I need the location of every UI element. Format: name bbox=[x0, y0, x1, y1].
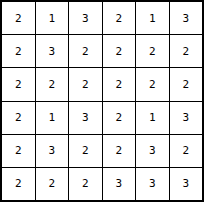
grid-cell-r5c1[interactable]: 2 bbox=[2, 135, 35, 167]
grid-cell-r1c6[interactable]: 3 bbox=[170, 2, 203, 34]
grid-cell-r4c1[interactable]: 2 bbox=[2, 102, 35, 134]
grid-cell-r5c4[interactable]: 2 bbox=[103, 135, 136, 167]
grid-cell-r6c5[interactable]: 3 bbox=[136, 168, 169, 200]
grid-cell-r1c1[interactable]: 2 bbox=[2, 2, 35, 34]
grid-cell-r3c1[interactable]: 2 bbox=[2, 68, 35, 100]
grid-cell-r5c3[interactable]: 2 bbox=[69, 135, 102, 167]
grid-cell-r6c6[interactable]: 3 bbox=[170, 168, 203, 200]
grid-cell-r6c4[interactable]: 3 bbox=[103, 168, 136, 200]
grid-cell-r3c4[interactable]: 2 bbox=[103, 68, 136, 100]
grid-cell-r2c6[interactable]: 2 bbox=[170, 35, 203, 67]
grid-cell-r1c4[interactable]: 2 bbox=[103, 2, 136, 34]
grid-cell-r4c4[interactable]: 2 bbox=[103, 102, 136, 134]
grid-cell-r3c5[interactable]: 2 bbox=[136, 68, 169, 100]
grid-cell-r3c2[interactable]: 2 bbox=[36, 68, 69, 100]
grid-cell-r4c2[interactable]: 1 bbox=[36, 102, 69, 134]
grid-cell-r1c3[interactable]: 3 bbox=[69, 2, 102, 34]
puzzle-board: 213213232222222222213213232232222333 bbox=[0, 0, 204, 202]
grid-cell-r1c5[interactable]: 1 bbox=[136, 2, 169, 34]
grid-cell-r3c3[interactable]: 2 bbox=[69, 68, 102, 100]
grid-cell-r5c2[interactable]: 3 bbox=[36, 135, 69, 167]
grid-cell-r2c4[interactable]: 2 bbox=[103, 35, 136, 67]
grid-cell-r5c5[interactable]: 3 bbox=[136, 135, 169, 167]
grid-cell-r2c3[interactable]: 2 bbox=[69, 35, 102, 67]
grid-cell-r2c1[interactable]: 2 bbox=[2, 35, 35, 67]
grid-cell-r6c3[interactable]: 2 bbox=[69, 168, 102, 200]
grid-cell-r2c5[interactable]: 2 bbox=[136, 35, 169, 67]
grid-cell-r1c2[interactable]: 1 bbox=[36, 2, 69, 34]
grid-cell-r5c6[interactable]: 2 bbox=[170, 135, 203, 167]
grid-cell-r4c3[interactable]: 3 bbox=[69, 102, 102, 134]
grid-cell-r6c2[interactable]: 2 bbox=[36, 168, 69, 200]
grid-cell-r4c5[interactable]: 1 bbox=[136, 102, 169, 134]
grid-cell-r6c1[interactable]: 2 bbox=[2, 168, 35, 200]
grid-cell-r4c6[interactable]: 3 bbox=[170, 102, 203, 134]
grid-cell-r2c2[interactable]: 3 bbox=[36, 35, 69, 67]
grid-cell-r3c6[interactable]: 2 bbox=[170, 68, 203, 100]
